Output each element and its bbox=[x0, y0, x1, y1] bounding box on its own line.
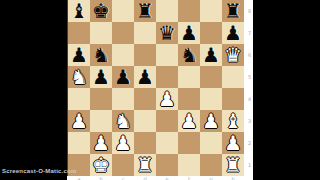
rank-label-6: 6 bbox=[246, 44, 253, 66]
square-c1 bbox=[112, 154, 134, 176]
black-rook-d8: ♜ bbox=[134, 0, 156, 22]
square-g7 bbox=[200, 22, 222, 44]
file-label-f: f bbox=[178, 176, 200, 180]
square-h7: ♟ bbox=[222, 22, 244, 44]
black-king-b8: ♚ bbox=[90, 0, 112, 22]
square-g8 bbox=[200, 0, 222, 22]
rank-labels: 87654321 bbox=[246, 0, 253, 176]
white-king-b1: ♚ bbox=[90, 154, 112, 176]
white-knight-c3: ♞ bbox=[112, 110, 134, 132]
square-f8 bbox=[178, 0, 200, 22]
rank-label-8: 8 bbox=[246, 0, 253, 22]
square-b3 bbox=[90, 110, 112, 132]
square-e5 bbox=[156, 66, 178, 88]
square-a4 bbox=[68, 88, 90, 110]
black-rook-h8: ♜ bbox=[222, 0, 244, 22]
square-f1 bbox=[178, 154, 200, 176]
white-pawn-g3: ♟ bbox=[200, 110, 222, 132]
diagram-page: ♝♚♜♜♛♟♟♟♞♞♟♛♞♟♟♟♟♟♞♟♟♝♟♟♟♚♜♜ 87654321 ab… bbox=[67, 0, 253, 180]
square-h2: ♟ bbox=[222, 132, 244, 154]
file-label-d: d bbox=[134, 176, 156, 180]
white-pawn-a3: ♟ bbox=[68, 110, 90, 132]
square-g5 bbox=[200, 66, 222, 88]
black-pawn-b5: ♟ bbox=[90, 66, 112, 88]
square-b2: ♟ bbox=[90, 132, 112, 154]
square-e8 bbox=[156, 0, 178, 22]
chess-board: ♝♚♜♜♛♟♟♟♞♞♟♛♞♟♟♟♟♟♞♟♟♝♟♟♟♚♜♜ bbox=[67, 0, 244, 176]
square-c4 bbox=[112, 88, 134, 110]
square-g2 bbox=[200, 132, 222, 154]
square-e7: ♛ bbox=[156, 22, 178, 44]
white-queen-h6: ♛ bbox=[222, 44, 244, 66]
square-a6: ♟ bbox=[68, 44, 90, 66]
black-queen-e7: ♛ bbox=[156, 22, 178, 44]
watermark-text: Screencast-O-Matic.com bbox=[2, 168, 76, 174]
square-b5: ♟ bbox=[90, 66, 112, 88]
square-e3 bbox=[156, 110, 178, 132]
square-c5: ♟ bbox=[112, 66, 134, 88]
square-f6: ♞ bbox=[178, 44, 200, 66]
square-f2 bbox=[178, 132, 200, 154]
file-label-e: e bbox=[156, 176, 178, 180]
square-e6 bbox=[156, 44, 178, 66]
file-label-c: c bbox=[112, 176, 134, 180]
square-d7 bbox=[134, 22, 156, 44]
square-g6: ♟ bbox=[200, 44, 222, 66]
square-a5: ♞ bbox=[68, 66, 90, 88]
black-pawn-c5: ♟ bbox=[112, 66, 134, 88]
black-knight-f6: ♞ bbox=[178, 44, 200, 66]
file-label-g: g bbox=[200, 176, 222, 180]
white-rook-d1: ♜ bbox=[134, 154, 156, 176]
square-a8: ♝ bbox=[68, 0, 90, 22]
black-pawn-a6: ♟ bbox=[68, 44, 90, 66]
square-b7 bbox=[90, 22, 112, 44]
square-b8: ♚ bbox=[90, 0, 112, 22]
square-f7: ♟ bbox=[178, 22, 200, 44]
rank-label-7: 7 bbox=[246, 22, 253, 44]
rank-label-5: 5 bbox=[246, 66, 253, 88]
square-b4 bbox=[90, 88, 112, 110]
square-d8: ♜ bbox=[134, 0, 156, 22]
square-b1: ♚ bbox=[90, 154, 112, 176]
square-h5 bbox=[222, 66, 244, 88]
rank-label-1: 1 bbox=[246, 154, 253, 176]
file-label-h: h bbox=[222, 176, 244, 180]
square-a7 bbox=[68, 22, 90, 44]
black-knight-b6: ♞ bbox=[90, 44, 112, 66]
file-label-a: a bbox=[68, 176, 90, 180]
square-g3: ♟ bbox=[200, 110, 222, 132]
square-b6: ♞ bbox=[90, 44, 112, 66]
white-pawn-f3: ♟ bbox=[178, 110, 200, 132]
square-e2 bbox=[156, 132, 178, 154]
square-e4: ♟ bbox=[156, 88, 178, 110]
black-pawn-h7: ♟ bbox=[222, 22, 244, 44]
square-e1 bbox=[156, 154, 178, 176]
square-a2 bbox=[68, 132, 90, 154]
square-c6 bbox=[112, 44, 134, 66]
black-pawn-d5: ♟ bbox=[134, 66, 156, 88]
square-f3: ♟ bbox=[178, 110, 200, 132]
white-knight-a5: ♞ bbox=[68, 66, 90, 88]
black-pawn-f7: ♟ bbox=[178, 22, 200, 44]
square-f5 bbox=[178, 66, 200, 88]
square-h6: ♛ bbox=[222, 44, 244, 66]
square-d3 bbox=[134, 110, 156, 132]
square-g1 bbox=[200, 154, 222, 176]
square-g4 bbox=[200, 88, 222, 110]
square-c8 bbox=[112, 0, 134, 22]
rank-label-2: 2 bbox=[246, 132, 253, 154]
square-h4 bbox=[222, 88, 244, 110]
square-c7 bbox=[112, 22, 134, 44]
file-label-b: b bbox=[90, 176, 112, 180]
square-d4 bbox=[134, 88, 156, 110]
rank-label-4: 4 bbox=[246, 88, 253, 110]
square-d1: ♜ bbox=[134, 154, 156, 176]
square-c3: ♞ bbox=[112, 110, 134, 132]
square-d5: ♟ bbox=[134, 66, 156, 88]
square-f4 bbox=[178, 88, 200, 110]
white-pawn-c2: ♟ bbox=[112, 132, 134, 154]
white-pawn-b2: ♟ bbox=[90, 132, 112, 154]
white-pawn-h2: ♟ bbox=[222, 132, 244, 154]
square-h1: ♜ bbox=[222, 154, 244, 176]
rank-label-3: 3 bbox=[246, 110, 253, 132]
square-h3: ♝ bbox=[222, 110, 244, 132]
video-frame: ♝♚♜♜♛♟♟♟♞♞♟♛♞♟♟♟♟♟♞♟♟♝♟♟♟♚♜♜ 87654321 ab… bbox=[0, 0, 320, 180]
square-d6 bbox=[134, 44, 156, 66]
square-d2 bbox=[134, 132, 156, 154]
white-rook-h1: ♜ bbox=[222, 154, 244, 176]
square-c2: ♟ bbox=[112, 132, 134, 154]
square-h8: ♜ bbox=[222, 0, 244, 22]
square-a3: ♟ bbox=[68, 110, 90, 132]
white-pawn-e4: ♟ bbox=[156, 88, 178, 110]
black-pawn-g6: ♟ bbox=[200, 44, 222, 66]
black-bishop-a8: ♝ bbox=[68, 0, 90, 22]
white-bishop-h3: ♝ bbox=[222, 110, 244, 132]
file-labels: abcdefgh bbox=[68, 176, 244, 180]
